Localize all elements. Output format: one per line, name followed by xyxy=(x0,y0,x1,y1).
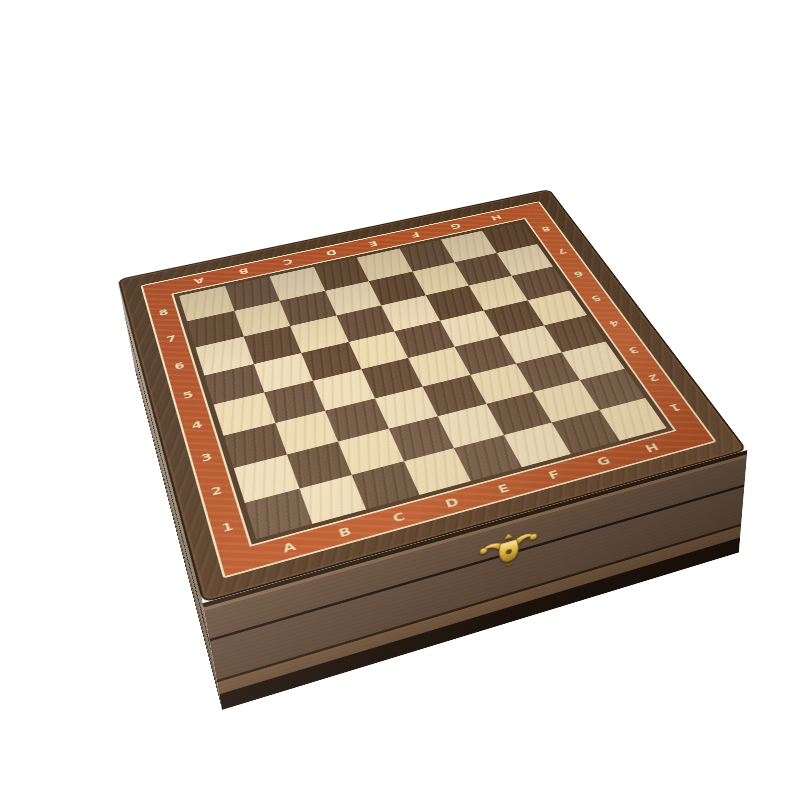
square-d4 xyxy=(361,358,423,398)
rank-label-right-8: 8 xyxy=(539,225,552,233)
rank-label-left-8: 8 xyxy=(158,308,170,317)
file-label-far-b: B xyxy=(237,267,250,276)
file-label-far-c: C xyxy=(281,258,294,267)
square-a3 xyxy=(223,423,286,468)
square-c3 xyxy=(325,398,388,441)
square-g3 xyxy=(516,352,580,392)
file-label-far-g: G xyxy=(449,222,463,230)
square-e1 xyxy=(454,435,522,481)
rank-label-left-1: 1 xyxy=(220,520,235,534)
file-label-front-cell-a: A xyxy=(258,529,321,565)
square-d2 xyxy=(388,416,453,461)
square-f1 xyxy=(503,422,571,467)
rank-label-right-cell-1: 1 xyxy=(652,390,698,427)
file-label-front-a: A xyxy=(281,540,298,555)
rank-label-left-5: 5 xyxy=(182,389,195,400)
square-a4 xyxy=(214,393,275,436)
rank-label-right-2: 2 xyxy=(646,373,661,384)
file-label-front-cell-g: G xyxy=(574,446,634,477)
square-a2 xyxy=(234,455,299,503)
file-label-far-e: E xyxy=(367,240,379,248)
file-label-front-d: D xyxy=(443,496,461,510)
rank-label-left-cell-1: 1 xyxy=(207,505,248,550)
square-a5 xyxy=(204,364,263,405)
file-label-front-cell-h: H xyxy=(622,433,682,463)
square-b4 xyxy=(264,381,325,423)
brass-clasp xyxy=(476,522,541,583)
square-g2 xyxy=(533,380,599,422)
square-c4 xyxy=(313,369,374,410)
file-label-front-g: G xyxy=(595,455,613,468)
product-photo-scene: ABCDEFGH ABCDEFGH 87654321 87654321 xyxy=(0,0,800,800)
file-label-front-cell-f: F xyxy=(524,459,585,491)
rank-label-left-2: 2 xyxy=(210,484,225,497)
file-label-front-cell-d: D xyxy=(421,486,483,519)
rank-label-right-5: 5 xyxy=(589,294,603,303)
square-a1 xyxy=(245,488,312,539)
rank-label-right-4: 4 xyxy=(607,319,622,329)
file-label-front-h: H xyxy=(643,441,661,454)
rank-label-right-cell-2: 2 xyxy=(631,361,676,396)
rank-label-right-1: 1 xyxy=(667,402,683,413)
rank-label-left-cell-2: 2 xyxy=(197,470,237,512)
square-e2 xyxy=(438,404,503,448)
rank-label-left-3: 3 xyxy=(200,451,214,463)
file-label-front-f: F xyxy=(546,468,562,481)
rank-label-right-3: 3 xyxy=(626,345,641,355)
file-label-far-d: D xyxy=(324,248,338,257)
file-label-front-e: E xyxy=(496,482,512,495)
file-label-front-cell-b: B xyxy=(314,515,377,550)
square-h2 xyxy=(579,369,645,410)
square-b5 xyxy=(253,353,313,393)
brass-latch-icon xyxy=(476,522,541,583)
square-f2 xyxy=(486,392,552,435)
square-c2 xyxy=(338,429,403,475)
square-f3 xyxy=(470,363,534,404)
square-g1 xyxy=(552,410,620,454)
file-label-front-cell-c: C xyxy=(368,500,430,534)
square-e3 xyxy=(422,375,486,417)
square-h1 xyxy=(599,398,667,441)
rank-label-left-7: 7 xyxy=(165,334,177,344)
rank-label-left-cell-5: 5 xyxy=(170,377,206,413)
square-b3 xyxy=(275,410,338,454)
rank-label-left-cell-3: 3 xyxy=(188,437,226,477)
rank-label-left-4: 4 xyxy=(190,419,204,431)
square-b2 xyxy=(286,442,351,489)
rank-label-left-cell-4: 4 xyxy=(179,406,216,444)
file-label-front-b: B xyxy=(337,525,354,539)
file-label-far-h: H xyxy=(489,214,503,222)
rank-label-right-6: 6 xyxy=(571,270,585,279)
chess-box: ABCDEFGH ABCDEFGH 87654321 87654321 xyxy=(118,189,748,603)
file-label-front-c: C xyxy=(391,510,407,524)
file-label-far-a: A xyxy=(192,276,205,285)
rank-label-right-7: 7 xyxy=(555,247,568,255)
file-label-front-cell-e: E xyxy=(473,472,534,505)
square-d1 xyxy=(403,448,471,495)
square-b1 xyxy=(299,475,366,525)
file-label-far-f: F xyxy=(409,231,421,239)
square-d3 xyxy=(374,386,437,428)
rank-label-left-6: 6 xyxy=(173,361,186,371)
square-c1 xyxy=(352,461,419,509)
